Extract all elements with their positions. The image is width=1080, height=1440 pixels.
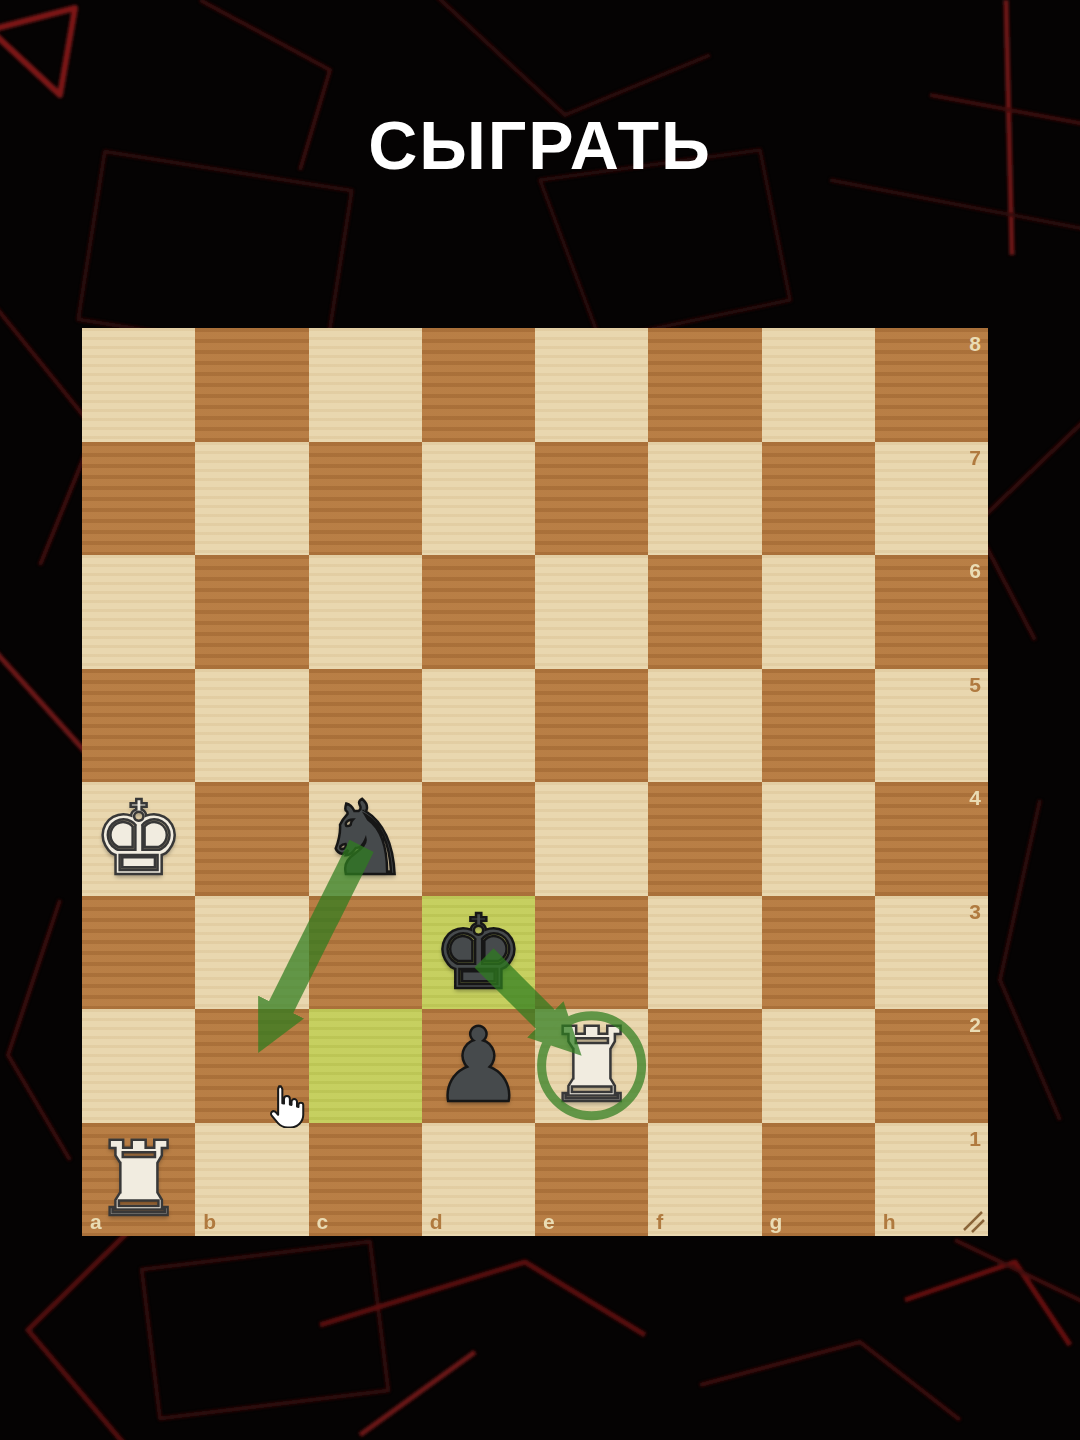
square-g3[interactable] [762,896,875,1010]
square-e1[interactable]: e [535,1123,648,1237]
square-a6[interactable] [82,555,195,669]
page-title: СЫГРАТЬ [0,106,1080,184]
square-a8[interactable] [82,328,195,442]
square-h5[interactable]: 5 [875,669,988,783]
square-g5[interactable] [762,669,875,783]
square-b5[interactable] [195,669,308,783]
square-d3[interactable]: ♚ [422,896,535,1010]
square-h3[interactable]: 3 [875,896,988,1010]
square-d2[interactable]: ♟ [422,1009,535,1123]
square-b7[interactable] [195,442,308,556]
square-f8[interactable] [648,328,761,442]
square-a1[interactable]: a♜ [82,1123,195,1237]
rank-label-2: 2 [969,1014,981,1035]
screen: СЫГРАТЬ 8765♚♞4♚3♟♜2a♜bcdefg1h [0,0,1080,1440]
square-b1[interactable]: b [195,1123,308,1237]
square-d8[interactable] [422,328,535,442]
square-f1[interactable]: f [648,1123,761,1237]
square-d5[interactable] [422,669,535,783]
square-e7[interactable] [535,442,648,556]
square-c8[interactable] [309,328,422,442]
square-h2[interactable]: 2 [875,1009,988,1123]
square-a7[interactable] [82,442,195,556]
square-e8[interactable] [535,328,648,442]
square-b4[interactable] [195,782,308,896]
rank-label-1: 1 [969,1128,981,1149]
square-f7[interactable] [648,442,761,556]
square-f3[interactable] [648,896,761,1010]
rank-label-5: 5 [969,674,981,695]
square-f4[interactable] [648,782,761,896]
square-b6[interactable] [195,555,308,669]
square-g6[interactable] [762,555,875,669]
square-b3[interactable] [195,896,308,1010]
white-rook[interactable]: ♜ [92,1128,184,1231]
square-d7[interactable] [422,442,535,556]
square-h4[interactable]: 4 [875,782,988,896]
square-e4[interactable] [535,782,648,896]
square-c3[interactable] [309,896,422,1010]
square-d1[interactable]: d [422,1123,535,1237]
chess-board[interactable]: 8765♚♞4♚3♟♜2a♜bcdefg1h [82,328,988,1236]
rank-label-6: 6 [969,560,981,581]
rank-label-3: 3 [969,901,981,922]
square-g1[interactable]: g [762,1123,875,1237]
file-label-c: c [317,1211,329,1232]
black-king[interactable]: ♚ [432,901,524,1004]
square-h6[interactable]: 6 [875,555,988,669]
square-c1[interactable]: c [309,1123,422,1237]
file-label-b: b [203,1211,216,1232]
rank-label-4: 4 [969,787,981,808]
square-a2[interactable] [82,1009,195,1123]
hand-cursor-icon [263,1084,305,1128]
square-f2[interactable] [648,1009,761,1123]
square-a3[interactable] [82,896,195,1010]
square-e3[interactable] [535,896,648,1010]
square-d6[interactable] [422,555,535,669]
square-g8[interactable] [762,328,875,442]
rank-label-8: 8 [969,333,981,354]
square-e5[interactable] [535,669,648,783]
rank-label-7: 7 [969,447,981,468]
square-a5[interactable] [82,669,195,783]
square-c4[interactable]: ♞ [309,782,422,896]
square-c7[interactable] [309,442,422,556]
square-c6[interactable] [309,555,422,669]
black-knight[interactable]: ♞ [319,787,411,890]
square-a4[interactable]: ♚ [82,782,195,896]
file-label-e: e [543,1211,555,1232]
square-h8[interactable]: 8 [875,328,988,442]
square-b8[interactable] [195,328,308,442]
square-e2[interactable]: ♜ [535,1009,648,1123]
file-label-g: g [770,1211,783,1232]
square-f6[interactable] [648,555,761,669]
square-e6[interactable] [535,555,648,669]
white-king[interactable]: ♚ [92,787,184,890]
square-f5[interactable] [648,669,761,783]
square-g7[interactable] [762,442,875,556]
square-g4[interactable] [762,782,875,896]
square-g2[interactable] [762,1009,875,1123]
square-c5[interactable] [309,669,422,783]
square-d4[interactable] [422,782,535,896]
file-label-f: f [656,1211,663,1232]
square-c2[interactable] [309,1009,422,1123]
file-label-d: d [430,1211,443,1232]
file-label-h: h [883,1211,896,1232]
board-resize-handle[interactable] [960,1208,986,1234]
white-rook[interactable]: ♜ [545,1014,637,1117]
black-pawn[interactable]: ♟ [432,1014,524,1117]
square-h7[interactable]: 7 [875,442,988,556]
